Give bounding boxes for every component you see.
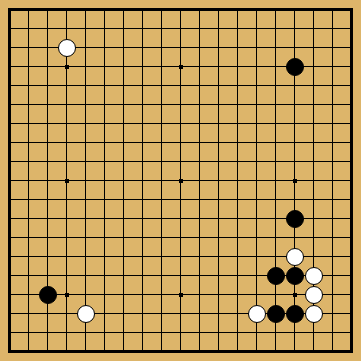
board-point-E19[interactable] xyxy=(76,0,95,19)
board-point-J15[interactable] xyxy=(152,76,171,95)
board-point-R3[interactable] xyxy=(304,304,323,323)
board-point-O2[interactable] xyxy=(247,323,266,342)
board-point-A6[interactable] xyxy=(0,247,19,266)
board-point-Q1[interactable] xyxy=(285,342,304,361)
board-point-P5[interactable] xyxy=(266,266,285,285)
board-point-F19[interactable] xyxy=(95,0,114,19)
board-point-N8[interactable] xyxy=(228,209,247,228)
board-point-T12[interactable] xyxy=(342,133,361,152)
board-point-P11[interactable] xyxy=(266,152,285,171)
board-point-Q16[interactable] xyxy=(285,57,304,76)
board-point-C6[interactable] xyxy=(38,247,57,266)
board-point-A11[interactable] xyxy=(0,152,19,171)
board-point-B13[interactable] xyxy=(19,114,38,133)
board-point-N3[interactable] xyxy=(228,304,247,323)
board-point-H12[interactable] xyxy=(133,133,152,152)
board-point-Q8[interactable] xyxy=(285,209,304,228)
board-point-G14[interactable] xyxy=(114,95,133,114)
board-point-M6[interactable] xyxy=(209,247,228,266)
board-point-F9[interactable] xyxy=(95,190,114,209)
board-point-O16[interactable] xyxy=(247,57,266,76)
board-point-J12[interactable] xyxy=(152,133,171,152)
board-point-O10[interactable] xyxy=(247,171,266,190)
board-point-K10[interactable] xyxy=(171,171,190,190)
board-point-D6[interactable] xyxy=(57,247,76,266)
board-point-B7[interactable] xyxy=(19,228,38,247)
board-point-M7[interactable] xyxy=(209,228,228,247)
board-point-C19[interactable] xyxy=(38,0,57,19)
board-point-G5[interactable] xyxy=(114,266,133,285)
board-point-K13[interactable] xyxy=(171,114,190,133)
board-point-K8[interactable] xyxy=(171,209,190,228)
board-point-D16[interactable] xyxy=(57,57,76,76)
board-point-Q7[interactable] xyxy=(285,228,304,247)
board-point-P19[interactable] xyxy=(266,0,285,19)
board-point-Q4[interactable] xyxy=(285,285,304,304)
board-point-T5[interactable] xyxy=(342,266,361,285)
board-point-M4[interactable] xyxy=(209,285,228,304)
board-point-N9[interactable] xyxy=(228,190,247,209)
board-point-C1[interactable] xyxy=(38,342,57,361)
board-point-E1[interactable] xyxy=(76,342,95,361)
board-point-J16[interactable] xyxy=(152,57,171,76)
board-point-O14[interactable] xyxy=(247,95,266,114)
board-point-P6[interactable] xyxy=(266,247,285,266)
board-point-D8[interactable] xyxy=(57,209,76,228)
board-point-B15[interactable] xyxy=(19,76,38,95)
board-point-C12[interactable] xyxy=(38,133,57,152)
board-point-Q15[interactable] xyxy=(285,76,304,95)
board-point-M18[interactable] xyxy=(209,19,228,38)
board-point-O17[interactable] xyxy=(247,38,266,57)
board-point-S13[interactable] xyxy=(323,114,342,133)
board-point-G9[interactable] xyxy=(114,190,133,209)
board-point-R4[interactable] xyxy=(304,285,323,304)
board-point-B10[interactable] xyxy=(19,171,38,190)
board-point-S16[interactable] xyxy=(323,57,342,76)
board-point-G12[interactable] xyxy=(114,133,133,152)
board-point-P10[interactable] xyxy=(266,171,285,190)
board-point-N13[interactable] xyxy=(228,114,247,133)
board-point-F7[interactable] xyxy=(95,228,114,247)
board-point-S5[interactable] xyxy=(323,266,342,285)
board-point-L3[interactable] xyxy=(190,304,209,323)
board-point-O5[interactable] xyxy=(247,266,266,285)
board-point-E15[interactable] xyxy=(76,76,95,95)
board-point-A8[interactable] xyxy=(0,209,19,228)
board-point-B6[interactable] xyxy=(19,247,38,266)
board-point-O4[interactable] xyxy=(247,285,266,304)
board-point-E11[interactable] xyxy=(76,152,95,171)
board-point-M15[interactable] xyxy=(209,76,228,95)
board-point-Q18[interactable] xyxy=(285,19,304,38)
board-point-D10[interactable] xyxy=(57,171,76,190)
board-point-H9[interactable] xyxy=(133,190,152,209)
board-point-K4[interactable] xyxy=(171,285,190,304)
board-point-B14[interactable] xyxy=(19,95,38,114)
board-point-C5[interactable] xyxy=(38,266,57,285)
board-point-F1[interactable] xyxy=(95,342,114,361)
board-point-R11[interactable] xyxy=(304,152,323,171)
board-point-K18[interactable] xyxy=(171,19,190,38)
board-point-H5[interactable] xyxy=(133,266,152,285)
board-point-N5[interactable] xyxy=(228,266,247,285)
board-point-H8[interactable] xyxy=(133,209,152,228)
board-point-F11[interactable] xyxy=(95,152,114,171)
board-point-G8[interactable] xyxy=(114,209,133,228)
board-point-Q6[interactable] xyxy=(285,247,304,266)
board-point-K5[interactable] xyxy=(171,266,190,285)
board-point-G17[interactable] xyxy=(114,38,133,57)
board-point-A19[interactable] xyxy=(0,0,19,19)
board-point-N1[interactable] xyxy=(228,342,247,361)
board-point-S10[interactable] xyxy=(323,171,342,190)
board-point-L16[interactable] xyxy=(190,57,209,76)
board-point-H6[interactable] xyxy=(133,247,152,266)
board-point-T11[interactable] xyxy=(342,152,361,171)
board-point-E14[interactable] xyxy=(76,95,95,114)
board-point-S19[interactable] xyxy=(323,0,342,19)
board-point-J8[interactable] xyxy=(152,209,171,228)
board-point-M2[interactable] xyxy=(209,323,228,342)
board-point-T4[interactable] xyxy=(342,285,361,304)
board-point-D13[interactable] xyxy=(57,114,76,133)
board-point-T10[interactable] xyxy=(342,171,361,190)
board-point-B4[interactable] xyxy=(19,285,38,304)
board-point-P2[interactable] xyxy=(266,323,285,342)
board-point-S15[interactable] xyxy=(323,76,342,95)
board-point-P12[interactable] xyxy=(266,133,285,152)
board-point-F3[interactable] xyxy=(95,304,114,323)
board-point-M9[interactable] xyxy=(209,190,228,209)
board-point-P13[interactable] xyxy=(266,114,285,133)
board-point-F10[interactable] xyxy=(95,171,114,190)
board-point-P17[interactable] xyxy=(266,38,285,57)
board-point-D11[interactable] xyxy=(57,152,76,171)
board-point-G11[interactable] xyxy=(114,152,133,171)
board-point-G7[interactable] xyxy=(114,228,133,247)
board-point-J9[interactable] xyxy=(152,190,171,209)
board-point-K7[interactable] xyxy=(171,228,190,247)
board-point-C3[interactable] xyxy=(38,304,57,323)
board-point-L17[interactable] xyxy=(190,38,209,57)
board-point-L1[interactable] xyxy=(190,342,209,361)
board-point-B2[interactable] xyxy=(19,323,38,342)
board-point-R10[interactable] xyxy=(304,171,323,190)
board-point-M12[interactable] xyxy=(209,133,228,152)
board-point-M16[interactable] xyxy=(209,57,228,76)
board-point-P8[interactable] xyxy=(266,209,285,228)
board-point-R17[interactable] xyxy=(304,38,323,57)
board-point-O6[interactable] xyxy=(247,247,266,266)
board-point-A16[interactable] xyxy=(0,57,19,76)
board-point-E18[interactable] xyxy=(76,19,95,38)
board-point-J11[interactable] xyxy=(152,152,171,171)
board-point-Q12[interactable] xyxy=(285,133,304,152)
board-point-S11[interactable] xyxy=(323,152,342,171)
board-point-F5[interactable] xyxy=(95,266,114,285)
board-point-L12[interactable] xyxy=(190,133,209,152)
board-point-B8[interactable] xyxy=(19,209,38,228)
board-point-G13[interactable] xyxy=(114,114,133,133)
board-point-Q3[interactable] xyxy=(285,304,304,323)
board-point-B17[interactable] xyxy=(19,38,38,57)
board-point-O13[interactable] xyxy=(247,114,266,133)
board-point-G1[interactable] xyxy=(114,342,133,361)
board-point-E4[interactable] xyxy=(76,285,95,304)
board-point-N11[interactable] xyxy=(228,152,247,171)
board-point-C11[interactable] xyxy=(38,152,57,171)
board-point-K14[interactable] xyxy=(171,95,190,114)
board-point-S17[interactable] xyxy=(323,38,342,57)
board-point-R15[interactable] xyxy=(304,76,323,95)
board-point-N6[interactable] xyxy=(228,247,247,266)
board-point-A18[interactable] xyxy=(0,19,19,38)
board-point-K19[interactable] xyxy=(171,0,190,19)
board-point-D19[interactable] xyxy=(57,0,76,19)
board-point-P14[interactable] xyxy=(266,95,285,114)
board-point-H4[interactable] xyxy=(133,285,152,304)
board-point-E2[interactable] xyxy=(76,323,95,342)
board-point-F8[interactable] xyxy=(95,209,114,228)
board-point-E12[interactable] xyxy=(76,133,95,152)
board-point-H14[interactable] xyxy=(133,95,152,114)
board-point-A5[interactable] xyxy=(0,266,19,285)
board-point-C15[interactable] xyxy=(38,76,57,95)
board-point-K17[interactable] xyxy=(171,38,190,57)
board-point-P1[interactable] xyxy=(266,342,285,361)
board-point-S1[interactable] xyxy=(323,342,342,361)
board-point-G16[interactable] xyxy=(114,57,133,76)
board-point-R8[interactable] xyxy=(304,209,323,228)
board-point-S9[interactable] xyxy=(323,190,342,209)
board-point-F18[interactable] xyxy=(95,19,114,38)
board-point-J5[interactable] xyxy=(152,266,171,285)
board-point-R13[interactable] xyxy=(304,114,323,133)
board-point-F15[interactable] xyxy=(95,76,114,95)
board-point-F2[interactable] xyxy=(95,323,114,342)
board-point-A1[interactable] xyxy=(0,342,19,361)
board-point-H3[interactable] xyxy=(133,304,152,323)
board-point-G10[interactable] xyxy=(114,171,133,190)
board-point-M14[interactable] xyxy=(209,95,228,114)
board-point-R9[interactable] xyxy=(304,190,323,209)
board-point-N14[interactable] xyxy=(228,95,247,114)
board-point-J4[interactable] xyxy=(152,285,171,304)
board-point-O12[interactable] xyxy=(247,133,266,152)
board-point-L4[interactable] xyxy=(190,285,209,304)
board-point-Q5[interactable] xyxy=(285,266,304,285)
board-point-E6[interactable] xyxy=(76,247,95,266)
board-point-C8[interactable] xyxy=(38,209,57,228)
board-point-T6[interactable] xyxy=(342,247,361,266)
board-point-O18[interactable] xyxy=(247,19,266,38)
board-point-L11[interactable] xyxy=(190,152,209,171)
board-point-K3[interactable] xyxy=(171,304,190,323)
board-point-Q13[interactable] xyxy=(285,114,304,133)
board-point-M3[interactable] xyxy=(209,304,228,323)
board-point-B1[interactable] xyxy=(19,342,38,361)
board-point-S14[interactable] xyxy=(323,95,342,114)
board-point-A17[interactable] xyxy=(0,38,19,57)
board-point-A7[interactable] xyxy=(0,228,19,247)
board-point-S4[interactable] xyxy=(323,285,342,304)
board-point-H13[interactable] xyxy=(133,114,152,133)
board-point-C14[interactable] xyxy=(38,95,57,114)
board-point-D12[interactable] xyxy=(57,133,76,152)
board-point-F16[interactable] xyxy=(95,57,114,76)
board-point-R12[interactable] xyxy=(304,133,323,152)
board-point-L14[interactable] xyxy=(190,95,209,114)
board-point-H1[interactable] xyxy=(133,342,152,361)
board-point-D5[interactable] xyxy=(57,266,76,285)
board-point-O7[interactable] xyxy=(247,228,266,247)
board-point-Q14[interactable] xyxy=(285,95,304,114)
board-point-A13[interactable] xyxy=(0,114,19,133)
board-point-E13[interactable] xyxy=(76,114,95,133)
board-point-Q17[interactable] xyxy=(285,38,304,57)
board-point-H17[interactable] xyxy=(133,38,152,57)
board-point-L7[interactable] xyxy=(190,228,209,247)
board-point-Q9[interactable] xyxy=(285,190,304,209)
board-point-A15[interactable] xyxy=(0,76,19,95)
board-point-D3[interactable] xyxy=(57,304,76,323)
board-point-L8[interactable] xyxy=(190,209,209,228)
board-point-N7[interactable] xyxy=(228,228,247,247)
board-point-E8[interactable] xyxy=(76,209,95,228)
board-point-N18[interactable] xyxy=(228,19,247,38)
board-point-C16[interactable] xyxy=(38,57,57,76)
board-point-L13[interactable] xyxy=(190,114,209,133)
board-point-H19[interactable] xyxy=(133,0,152,19)
board-point-H15[interactable] xyxy=(133,76,152,95)
board-point-J1[interactable] xyxy=(152,342,171,361)
board-point-H11[interactable] xyxy=(133,152,152,171)
board-point-L19[interactable] xyxy=(190,0,209,19)
board-point-N10[interactable] xyxy=(228,171,247,190)
board-point-K1[interactable] xyxy=(171,342,190,361)
board-point-H7[interactable] xyxy=(133,228,152,247)
board-point-K2[interactable] xyxy=(171,323,190,342)
board-point-O11[interactable] xyxy=(247,152,266,171)
board-point-S8[interactable] xyxy=(323,209,342,228)
board-point-Q2[interactable] xyxy=(285,323,304,342)
board-point-K9[interactable] xyxy=(171,190,190,209)
board-point-G15[interactable] xyxy=(114,76,133,95)
board-point-E7[interactable] xyxy=(76,228,95,247)
board-point-A12[interactable] xyxy=(0,133,19,152)
board-point-T14[interactable] xyxy=(342,95,361,114)
board-point-D2[interactable] xyxy=(57,323,76,342)
board-point-G19[interactable] xyxy=(114,0,133,19)
board-point-E5[interactable] xyxy=(76,266,95,285)
board-point-T3[interactable] xyxy=(342,304,361,323)
board-point-D1[interactable] xyxy=(57,342,76,361)
board-point-A10[interactable] xyxy=(0,171,19,190)
board-point-M10[interactable] xyxy=(209,171,228,190)
board-point-T18[interactable] xyxy=(342,19,361,38)
board-point-A2[interactable] xyxy=(0,323,19,342)
board-point-T9[interactable] xyxy=(342,190,361,209)
board-point-H10[interactable] xyxy=(133,171,152,190)
board-point-A9[interactable] xyxy=(0,190,19,209)
board-point-N12[interactable] xyxy=(228,133,247,152)
board-point-A4[interactable] xyxy=(0,285,19,304)
board-point-C17[interactable] xyxy=(38,38,57,57)
board-point-R7[interactable] xyxy=(304,228,323,247)
board-point-T13[interactable] xyxy=(342,114,361,133)
board-point-G2[interactable] xyxy=(114,323,133,342)
board-point-S18[interactable] xyxy=(323,19,342,38)
board-point-S3[interactable] xyxy=(323,304,342,323)
board-point-M5[interactable] xyxy=(209,266,228,285)
board-point-S6[interactable] xyxy=(323,247,342,266)
board-point-T15[interactable] xyxy=(342,76,361,95)
board-point-D4[interactable] xyxy=(57,285,76,304)
board-point-F6[interactable] xyxy=(95,247,114,266)
board-point-S7[interactable] xyxy=(323,228,342,247)
board-point-K16[interactable] xyxy=(171,57,190,76)
board-point-R1[interactable] xyxy=(304,342,323,361)
board-point-J17[interactable] xyxy=(152,38,171,57)
board-point-H16[interactable] xyxy=(133,57,152,76)
board-point-K11[interactable] xyxy=(171,152,190,171)
board-point-R18[interactable] xyxy=(304,19,323,38)
board-point-C9[interactable] xyxy=(38,190,57,209)
board-point-Q19[interactable] xyxy=(285,0,304,19)
board-point-L10[interactable] xyxy=(190,171,209,190)
board-point-Q11[interactable] xyxy=(285,152,304,171)
board-point-R6[interactable] xyxy=(304,247,323,266)
board-point-D7[interactable] xyxy=(57,228,76,247)
board-point-J19[interactable] xyxy=(152,0,171,19)
board-point-O15[interactable] xyxy=(247,76,266,95)
board-point-J3[interactable] xyxy=(152,304,171,323)
board-point-G3[interactable] xyxy=(114,304,133,323)
board-point-M8[interactable] xyxy=(209,209,228,228)
board-point-L15[interactable] xyxy=(190,76,209,95)
board-point-L5[interactable] xyxy=(190,266,209,285)
board-point-T17[interactable] xyxy=(342,38,361,57)
board-point-H18[interactable] xyxy=(133,19,152,38)
board-point-E16[interactable] xyxy=(76,57,95,76)
board-point-P7[interactable] xyxy=(266,228,285,247)
board-point-M13[interactable] xyxy=(209,114,228,133)
board-point-O8[interactable] xyxy=(247,209,266,228)
board-point-G18[interactable] xyxy=(114,19,133,38)
board-point-A3[interactable] xyxy=(0,304,19,323)
board-point-T16[interactable] xyxy=(342,57,361,76)
board-point-A14[interactable] xyxy=(0,95,19,114)
board-point-O3[interactable] xyxy=(247,304,266,323)
board-point-C4[interactable] xyxy=(38,285,57,304)
board-point-C10[interactable] xyxy=(38,171,57,190)
board-point-J6[interactable] xyxy=(152,247,171,266)
board-point-T2[interactable] xyxy=(342,323,361,342)
board-point-R16[interactable] xyxy=(304,57,323,76)
board-point-P15[interactable] xyxy=(266,76,285,95)
board-point-R14[interactable] xyxy=(304,95,323,114)
board-point-B19[interactable] xyxy=(19,0,38,19)
board-point-B9[interactable] xyxy=(19,190,38,209)
board-point-F13[interactable] xyxy=(95,114,114,133)
board-point-B18[interactable] xyxy=(19,19,38,38)
board-point-D18[interactable] xyxy=(57,19,76,38)
board-point-G6[interactable] xyxy=(114,247,133,266)
board-point-J7[interactable] xyxy=(152,228,171,247)
board-point-J2[interactable] xyxy=(152,323,171,342)
board-point-D17[interactable] xyxy=(57,38,76,57)
